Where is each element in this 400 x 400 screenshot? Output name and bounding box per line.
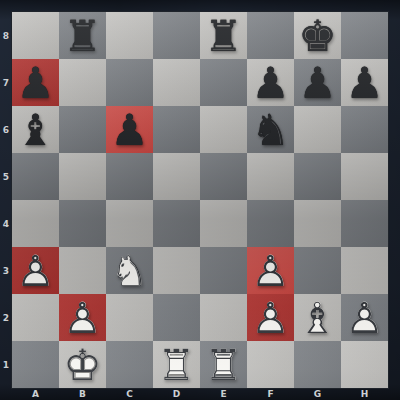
file-labels: ABCDEFGH	[12, 388, 388, 400]
piece-black-pawn[interactable]: ♟	[341, 59, 388, 106]
piece-white-pawn[interactable]: ♟♙	[59, 294, 106, 341]
white-knight-outline-glyph: ♘	[106, 247, 153, 294]
square-a1[interactable]	[12, 341, 59, 388]
square-h2[interactable]: ♟♙	[341, 294, 388, 341]
square-c1[interactable]	[106, 341, 153, 388]
square-d6[interactable]	[153, 106, 200, 153]
square-d4[interactable]	[153, 200, 200, 247]
white-pawn-outline-glyph: ♙	[59, 294, 106, 341]
square-a7[interactable]: ♟	[12, 59, 59, 106]
square-b8[interactable]: ♜	[59, 12, 106, 59]
file-label-d: D	[153, 388, 200, 400]
black-pawn-glyph: ♟	[106, 106, 153, 153]
piece-black-knight[interactable]: ♞	[247, 106, 294, 153]
file-label-a: A	[12, 388, 59, 400]
square-f8[interactable]	[247, 12, 294, 59]
square-h5[interactable]	[341, 153, 388, 200]
piece-black-pawn[interactable]: ♟	[106, 106, 153, 153]
white-rook-outline-glyph: ♖	[153, 341, 200, 388]
black-pawn-glyph: ♟	[247, 59, 294, 106]
square-g4[interactable]	[294, 200, 341, 247]
chess-board[interactable]: ♜♜♚♟♟♟♟♝♟♞♟♙♞♘♟♙♟♙♟♙♝♗♟♙♚♔♜♖♜♖	[12, 12, 388, 388]
square-f2[interactable]: ♟♙	[247, 294, 294, 341]
piece-black-king[interactable]: ♚	[294, 12, 341, 59]
square-d3[interactable]	[153, 247, 200, 294]
square-a5[interactable]	[12, 153, 59, 200]
square-c3[interactable]: ♞♘	[106, 247, 153, 294]
square-f4[interactable]	[247, 200, 294, 247]
square-h6[interactable]	[341, 106, 388, 153]
white-rook-outline-glyph: ♖	[200, 341, 247, 388]
white-pawn-outline-glyph: ♙	[247, 294, 294, 341]
square-c5[interactable]	[106, 153, 153, 200]
piece-white-pawn[interactable]: ♟♙	[12, 247, 59, 294]
black-rook-glyph: ♜	[59, 12, 106, 59]
square-b5[interactable]	[59, 153, 106, 200]
piece-black-rook[interactable]: ♜	[200, 12, 247, 59]
black-pawn-glyph: ♟	[12, 59, 59, 106]
board-frame: 87654321 ♜♜♚♟♟♟♟♝♟♞♟♙♞♘♟♙♟♙♟♙♝♗♟♙♚♔♜♖♜♖ …	[0, 0, 400, 400]
piece-white-king[interactable]: ♚♔	[59, 341, 106, 388]
square-e7[interactable]	[200, 59, 247, 106]
square-d1[interactable]: ♜♖	[153, 341, 200, 388]
square-g5[interactable]	[294, 153, 341, 200]
square-b2[interactable]: ♟♙	[59, 294, 106, 341]
square-g6[interactable]	[294, 106, 341, 153]
file-label-f: F	[247, 388, 294, 400]
white-pawn-outline-glyph: ♙	[12, 247, 59, 294]
rank-label-4: 4	[0, 200, 12, 247]
square-g7[interactable]: ♟	[294, 59, 341, 106]
square-b3[interactable]	[59, 247, 106, 294]
piece-black-pawn[interactable]: ♟	[12, 59, 59, 106]
square-a4[interactable]	[12, 200, 59, 247]
square-h3[interactable]	[341, 247, 388, 294]
square-b7[interactable]	[59, 59, 106, 106]
square-d7[interactable]	[153, 59, 200, 106]
black-king-glyph: ♚	[294, 12, 341, 59]
piece-white-rook[interactable]: ♜♖	[153, 341, 200, 388]
file-label-g: G	[294, 388, 341, 400]
rank-label-5: 5	[0, 153, 12, 200]
piece-white-pawn[interactable]: ♟♙	[247, 294, 294, 341]
square-h4[interactable]	[341, 200, 388, 247]
square-c2[interactable]	[106, 294, 153, 341]
square-b6[interactable]	[59, 106, 106, 153]
white-king-outline-glyph: ♔	[59, 341, 106, 388]
square-c6[interactable]: ♟	[106, 106, 153, 153]
piece-white-bishop[interactable]: ♝♗	[294, 294, 341, 341]
file-label-h: H	[341, 388, 388, 400]
square-a6[interactable]: ♝	[12, 106, 59, 153]
square-d2[interactable]	[153, 294, 200, 341]
square-d5[interactable]	[153, 153, 200, 200]
square-f7[interactable]: ♟	[247, 59, 294, 106]
rank-label-3: 3	[0, 247, 12, 294]
file-label-e: E	[200, 388, 247, 400]
piece-white-knight[interactable]: ♞♘	[106, 247, 153, 294]
rank-label-8: 8	[0, 12, 12, 59]
piece-white-rook[interactable]: ♜♖	[200, 341, 247, 388]
square-a2[interactable]	[12, 294, 59, 341]
square-e3[interactable]	[200, 247, 247, 294]
white-pawn-outline-glyph: ♙	[247, 247, 294, 294]
square-e2[interactable]	[200, 294, 247, 341]
square-e1[interactable]: ♜♖	[200, 341, 247, 388]
square-h1[interactable]	[341, 341, 388, 388]
file-label-b: B	[59, 388, 106, 400]
square-d8[interactable]	[153, 12, 200, 59]
square-e5[interactable]	[200, 153, 247, 200]
square-g2[interactable]: ♝♗	[294, 294, 341, 341]
file-label-c: C	[106, 388, 153, 400]
square-a8[interactable]	[12, 12, 59, 59]
square-c8[interactable]	[106, 12, 153, 59]
piece-black-pawn[interactable]: ♟	[247, 59, 294, 106]
black-rook-glyph: ♜	[200, 12, 247, 59]
square-f5[interactable]	[247, 153, 294, 200]
piece-black-rook[interactable]: ♜	[59, 12, 106, 59]
piece-white-pawn[interactable]: ♟♙	[247, 247, 294, 294]
white-pawn-outline-glyph: ♙	[341, 294, 388, 341]
square-c7[interactable]	[106, 59, 153, 106]
square-c4[interactable]	[106, 200, 153, 247]
piece-white-pawn[interactable]: ♟♙	[341, 294, 388, 341]
black-pawn-glyph: ♟	[294, 59, 341, 106]
square-b1[interactable]: ♚♔	[59, 341, 106, 388]
white-bishop-outline-glyph: ♗	[294, 294, 341, 341]
square-e6[interactable]	[200, 106, 247, 153]
square-e4[interactable]	[200, 200, 247, 247]
square-g3[interactable]	[294, 247, 341, 294]
square-g8[interactable]: ♚	[294, 12, 341, 59]
square-g1[interactable]	[294, 341, 341, 388]
black-knight-glyph: ♞	[247, 106, 294, 153]
square-a3[interactable]: ♟♙	[12, 247, 59, 294]
square-b4[interactable]	[59, 200, 106, 247]
rank-label-6: 6	[0, 106, 12, 153]
piece-black-bishop[interactable]: ♝	[12, 106, 59, 153]
rank-labels: 87654321	[0, 12, 12, 388]
rank-label-7: 7	[0, 59, 12, 106]
square-f3[interactable]: ♟♙	[247, 247, 294, 294]
rank-label-2: 2	[0, 294, 12, 341]
rank-label-1: 1	[0, 341, 12, 388]
square-e8[interactable]: ♜	[200, 12, 247, 59]
square-h7[interactable]: ♟	[341, 59, 388, 106]
black-pawn-glyph: ♟	[341, 59, 388, 106]
square-f1[interactable]	[247, 341, 294, 388]
square-f6[interactable]: ♞	[247, 106, 294, 153]
black-bishop-glyph: ♝	[12, 106, 59, 153]
piece-black-pawn[interactable]: ♟	[294, 59, 341, 106]
square-h8[interactable]	[341, 12, 388, 59]
